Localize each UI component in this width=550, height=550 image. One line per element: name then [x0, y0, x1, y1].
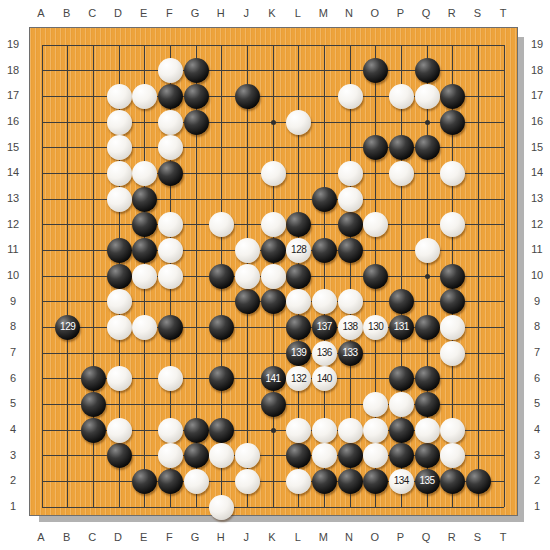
stone-black-C5[interactable] [81, 392, 106, 417]
coord-bottom-T: T [493, 530, 513, 544]
coord-top-Q: Q [416, 6, 436, 20]
coord-right-4: 4 [527, 422, 547, 436]
coord-left-6: 6 [3, 371, 23, 385]
stone-white-F10[interactable] [158, 264, 183, 289]
stone-white-D16[interactable] [107, 110, 132, 135]
stone-black-Q2[interactable]: 135 [415, 469, 440, 494]
stone-black-G17[interactable] [184, 84, 209, 109]
stone-white-O5[interactable] [363, 392, 388, 417]
stone-white-Q4[interactable] [415, 418, 440, 443]
move-number-label: 132 [291, 374, 306, 384]
coord-bottom-H: H [211, 530, 231, 544]
stone-white-N14[interactable] [338, 161, 363, 186]
stone-white-L6[interactable]: 132 [286, 366, 311, 391]
stone-black-P9[interactable] [389, 289, 414, 314]
coord-top-F: F [159, 6, 179, 20]
stone-black-P8[interactable]: 131 [389, 315, 414, 340]
stone-black-P6[interactable] [389, 366, 414, 391]
stone-black-L10[interactable] [286, 264, 311, 289]
stone-white-R4[interactable] [440, 418, 465, 443]
move-number-label: 134 [394, 476, 409, 486]
star-point-K4 [271, 428, 276, 433]
stone-white-D6[interactable] [107, 366, 132, 391]
stone-white-M6[interactable]: 140 [312, 366, 337, 391]
stone-white-P2[interactable]: 134 [389, 469, 414, 494]
grid-line-vertical [504, 45, 505, 507]
coord-left-19: 19 [3, 37, 23, 51]
coord-top-P: P [390, 6, 410, 20]
coord-right-10: 10 [527, 268, 547, 282]
stone-black-J9[interactable] [235, 289, 260, 314]
coord-right-8: 8 [527, 319, 547, 333]
coord-left-11: 11 [3, 242, 23, 256]
stone-black-G18[interactable] [184, 58, 209, 83]
stone-black-Q15[interactable] [415, 135, 440, 160]
coord-left-10: 10 [3, 268, 23, 282]
stone-white-K14[interactable] [261, 161, 286, 186]
stone-white-E8[interactable] [132, 315, 157, 340]
coord-right-12: 12 [527, 217, 547, 231]
coord-left-9: 9 [3, 294, 23, 308]
stone-black-Q3[interactable] [415, 443, 440, 468]
coord-bottom-P: P [390, 530, 410, 544]
stone-black-D11[interactable] [107, 238, 132, 263]
go-board[interactable]: 1291371311391331411351281381301361321401… [29, 27, 518, 516]
stone-white-D14[interactable] [107, 161, 132, 186]
stone-black-P15[interactable] [389, 135, 414, 160]
stone-black-K6[interactable]: 141 [261, 366, 286, 391]
coord-bottom-R: R [442, 530, 462, 544]
stone-white-F12[interactable] [158, 212, 183, 237]
stone-black-Q6[interactable] [415, 366, 440, 391]
stone-white-F6[interactable] [158, 366, 183, 391]
stone-black-R17[interactable] [440, 84, 465, 109]
stone-black-E11[interactable] [132, 238, 157, 263]
coord-bottom-C: C [82, 530, 102, 544]
stone-white-N17[interactable] [338, 84, 363, 109]
stone-black-L12[interactable] [286, 212, 311, 237]
stone-black-E2[interactable] [132, 469, 157, 494]
go-diagram: 1291371311391331411351281381301361321401… [0, 0, 550, 550]
stone-black-M8[interactable]: 137 [312, 315, 337, 340]
stone-black-G4[interactable] [184, 418, 209, 443]
coord-left-8: 8 [3, 319, 23, 333]
coord-bottom-L: L [288, 530, 308, 544]
coord-right-6: 6 [527, 371, 547, 385]
grid-line-horizontal [42, 507, 504, 508]
stone-black-J17[interactable] [235, 84, 260, 109]
stone-white-L16[interactable] [286, 110, 311, 135]
stone-white-R12[interactable] [440, 212, 465, 237]
stone-black-F14[interactable] [158, 161, 183, 186]
coord-top-G: G [185, 6, 205, 20]
stone-black-H8[interactable] [209, 315, 234, 340]
stone-white-H12[interactable] [209, 212, 234, 237]
coord-top-N: N [339, 6, 359, 20]
stone-white-P5[interactable] [389, 392, 414, 417]
stone-black-D10[interactable] [107, 264, 132, 289]
star-point-Q10 [425, 274, 430, 279]
stone-white-O8[interactable]: 130 [363, 315, 388, 340]
stone-white-J3[interactable] [235, 443, 260, 468]
stone-black-E12[interactable] [132, 212, 157, 237]
stone-white-O3[interactable] [363, 443, 388, 468]
coord-left-15: 15 [3, 140, 23, 154]
stone-black-R9[interactable] [440, 289, 465, 314]
stone-black-Q5[interactable] [415, 392, 440, 417]
stone-black-N11[interactable] [338, 238, 363, 263]
stone-white-Q11[interactable] [415, 238, 440, 263]
stone-black-R2[interactable] [440, 469, 465, 494]
coord-left-4: 4 [3, 422, 23, 436]
coord-right-3: 3 [527, 448, 547, 462]
coord-left-12: 12 [3, 217, 23, 231]
coord-top-A: A [31, 6, 51, 20]
stone-white-H3[interactable] [209, 443, 234, 468]
stone-white-P17[interactable] [389, 84, 414, 109]
coord-bottom-M: M [313, 530, 333, 544]
stone-white-K10[interactable] [261, 264, 286, 289]
stone-white-D8[interactable] [107, 315, 132, 340]
stone-white-N4[interactable] [338, 418, 363, 443]
stone-black-N12[interactable] [338, 212, 363, 237]
stone-white-N9[interactable] [338, 289, 363, 314]
coord-top-C: C [82, 6, 102, 20]
coord-left-1: 1 [3, 499, 23, 513]
stone-white-M7[interactable]: 136 [312, 341, 337, 366]
stone-black-R16[interactable] [440, 110, 465, 135]
move-number-label: 138 [342, 322, 357, 332]
move-number-label: 133 [342, 348, 357, 358]
coord-right-11: 11 [527, 242, 547, 256]
coord-right-13: 13 [527, 191, 547, 205]
coord-left-18: 18 [3, 63, 23, 77]
coord-bottom-K: K [262, 530, 282, 544]
coord-left-17: 17 [3, 88, 23, 102]
stone-white-O12[interactable] [363, 212, 388, 237]
coord-right-7: 7 [527, 345, 547, 359]
coord-left-7: 7 [3, 345, 23, 359]
coord-right-9: 9 [527, 294, 547, 308]
star-point-Q16 [425, 120, 430, 125]
coord-top-H: H [211, 6, 231, 20]
stone-white-L11[interactable]: 128 [286, 238, 311, 263]
coord-right-15: 15 [527, 140, 547, 154]
move-number-label: 141 [265, 374, 280, 384]
stone-black-Q8[interactable] [415, 315, 440, 340]
stone-white-M3[interactable] [312, 443, 337, 468]
stone-black-C6[interactable] [81, 366, 106, 391]
coord-bottom-N: N [339, 530, 359, 544]
stone-white-N8[interactable]: 138 [338, 315, 363, 340]
coord-top-D: D [108, 6, 128, 20]
stone-white-D9[interactable] [107, 289, 132, 314]
stone-white-P14[interactable] [389, 161, 414, 186]
stone-white-J11[interactable] [235, 238, 260, 263]
stone-black-N3[interactable] [338, 443, 363, 468]
stone-white-R8[interactable] [440, 315, 465, 340]
coord-right-17: 17 [527, 88, 547, 102]
coord-top-M: M [313, 6, 333, 20]
stone-white-K12[interactable] [261, 212, 286, 237]
coord-right-2: 2 [527, 473, 547, 487]
stone-white-J10[interactable] [235, 264, 260, 289]
stone-black-K11[interactable] [261, 238, 286, 263]
coord-bottom-Q: Q [416, 530, 436, 544]
stone-white-R14[interactable] [440, 161, 465, 186]
stone-black-N2[interactable] [338, 469, 363, 494]
stone-white-L9[interactable] [286, 289, 311, 314]
stone-black-E13[interactable] [132, 187, 157, 212]
stone-black-K9[interactable] [261, 289, 286, 314]
stone-black-O15[interactable] [363, 135, 388, 160]
coord-right-16: 16 [527, 114, 547, 128]
move-number-label: 140 [317, 374, 332, 384]
stone-white-E17[interactable] [132, 84, 157, 109]
coord-top-R: R [442, 6, 462, 20]
coord-top-T: T [493, 6, 513, 20]
stone-white-N13[interactable] [338, 187, 363, 212]
grid-line-horizontal [42, 353, 504, 354]
coord-bottom-J: J [236, 530, 256, 544]
coord-left-13: 13 [3, 191, 23, 205]
coord-bottom-A: A [31, 530, 51, 544]
stone-black-D3[interactable] [107, 443, 132, 468]
stone-white-Q17[interactable] [415, 84, 440, 109]
coord-top-B: B [57, 6, 77, 20]
coord-bottom-B: B [57, 530, 77, 544]
coord-bottom-E: E [134, 530, 154, 544]
stone-white-R3[interactable] [440, 443, 465, 468]
stone-black-M2[interactable] [312, 469, 337, 494]
coord-right-14: 14 [527, 165, 547, 179]
coord-left-16: 16 [3, 114, 23, 128]
stone-white-M9[interactable] [312, 289, 337, 314]
stone-black-F8[interactable] [158, 315, 183, 340]
stone-white-F11[interactable] [158, 238, 183, 263]
coord-right-5: 5 [527, 396, 547, 410]
coord-left-2: 2 [3, 473, 23, 487]
move-number-label: 130 [368, 322, 383, 332]
stone-black-H10[interactable] [209, 264, 234, 289]
coord-top-E: E [134, 6, 154, 20]
stone-black-P3[interactable] [389, 443, 414, 468]
stone-black-L8[interactable] [286, 315, 311, 340]
stone-black-F2[interactable] [158, 469, 183, 494]
stone-white-J2[interactable] [235, 469, 260, 494]
coord-top-O: O [365, 6, 385, 20]
stone-black-G16[interactable] [184, 110, 209, 135]
stone-black-H6[interactable] [209, 366, 234, 391]
coord-right-18: 18 [527, 63, 547, 77]
stone-black-M11[interactable] [312, 238, 337, 263]
stone-black-L3[interactable] [286, 443, 311, 468]
stone-black-K5[interactable] [261, 392, 286, 417]
coord-bottom-S: S [467, 530, 487, 544]
stone-black-S2[interactable] [466, 469, 491, 494]
coord-top-S: S [467, 6, 487, 20]
coord-bottom-O: O [365, 530, 385, 544]
stone-black-N7[interactable]: 133 [338, 341, 363, 366]
coord-bottom-G: G [185, 530, 205, 544]
stone-white-H1[interactable] [209, 495, 234, 520]
stone-white-L4[interactable] [286, 418, 311, 443]
coord-top-J: J [236, 6, 256, 20]
move-number-label: 129 [60, 322, 75, 332]
star-point-K16 [271, 120, 276, 125]
stone-white-F3[interactable] [158, 443, 183, 468]
coord-right-19: 19 [527, 37, 547, 51]
stone-white-E10[interactable] [132, 264, 157, 289]
stone-white-M4[interactable] [312, 418, 337, 443]
stone-black-O2[interactable] [363, 469, 388, 494]
grid-line-vertical [478, 45, 479, 507]
move-number-label: 131 [394, 322, 409, 332]
coord-bottom-D: D [108, 530, 128, 544]
stone-white-E14[interactable] [132, 161, 157, 186]
stone-white-D4[interactable] [107, 418, 132, 443]
stone-black-P4[interactable] [389, 418, 414, 443]
coord-left-14: 14 [3, 165, 23, 179]
move-number-label: 135 [419, 476, 434, 486]
coord-top-K: K [262, 6, 282, 20]
stone-black-F17[interactable] [158, 84, 183, 109]
coord-bottom-F: F [159, 530, 179, 544]
stone-white-D17[interactable] [107, 84, 132, 109]
stone-white-D15[interactable] [107, 135, 132, 160]
stone-white-F18[interactable] [158, 58, 183, 83]
stone-white-R7[interactable] [440, 341, 465, 366]
stone-white-O4[interactable] [363, 418, 388, 443]
stone-black-H4[interactable] [209, 418, 234, 443]
stone-white-F16[interactable] [158, 110, 183, 135]
stone-black-B8[interactable]: 129 [55, 315, 80, 340]
move-number-label: 136 [317, 348, 332, 358]
stone-black-O10[interactable] [363, 264, 388, 289]
stone-black-O18[interactable] [363, 58, 388, 83]
stone-black-R10[interactable] [440, 264, 465, 289]
stone-black-M13[interactable] [312, 187, 337, 212]
coord-right-1: 1 [527, 499, 547, 513]
stone-black-Q18[interactable] [415, 58, 440, 83]
coord-left-3: 3 [3, 448, 23, 462]
stone-white-G2[interactable] [184, 469, 209, 494]
stone-black-G3[interactable] [184, 443, 209, 468]
move-number-label: 139 [291, 348, 306, 358]
stone-white-F15[interactable] [158, 135, 183, 160]
coord-top-L: L [288, 6, 308, 20]
move-number-label: 128 [291, 245, 306, 255]
move-number-label: 137 [317, 322, 332, 332]
stone-black-L7[interactable]: 139 [286, 341, 311, 366]
stone-white-F4[interactable] [158, 418, 183, 443]
stone-white-L2[interactable] [286, 469, 311, 494]
stone-white-D13[interactable] [107, 187, 132, 212]
stone-black-C4[interactable] [81, 418, 106, 443]
coord-left-5: 5 [3, 396, 23, 410]
